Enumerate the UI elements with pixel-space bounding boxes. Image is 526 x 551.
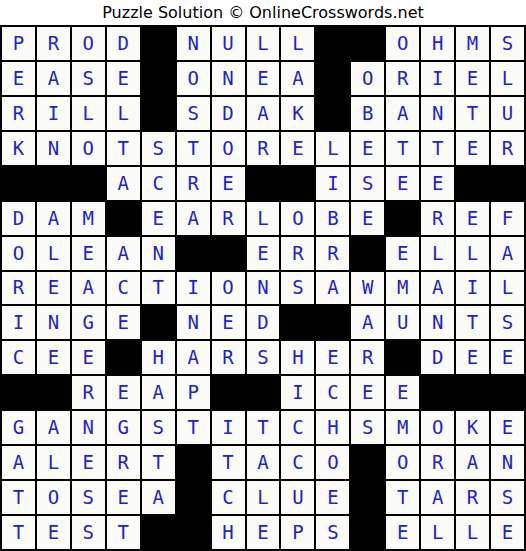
letter-cell[interactable]: K — [2, 132, 35, 165]
letter-cell[interactable]: T — [177, 411, 210, 444]
letter-cell[interactable]: H — [281, 341, 314, 374]
letter-cell[interactable]: A — [107, 237, 140, 270]
letter-cell[interactable]: T — [2, 481, 35, 514]
black-cell — [177, 446, 210, 479]
letter-cell[interactable]: N — [37, 306, 70, 339]
letter-cell[interactable]: A — [281, 62, 314, 95]
letter-cell[interactable]: L — [37, 446, 70, 479]
crossword-grid: PRODNULLOHMSEASEONEAORIELRILLSDAKBANTUKN… — [0, 25, 526, 551]
letter-cell[interactable]: N — [212, 62, 245, 95]
letter-cell[interactable]: D — [107, 27, 140, 60]
black-cell — [37, 376, 70, 409]
letter-cell[interactable]: G — [2, 411, 35, 444]
letter-cell[interactable]: A — [72, 272, 105, 305]
letter-cell[interactable]: T — [107, 516, 140, 549]
letter-cell[interactable]: D — [212, 97, 245, 130]
letter-cell[interactable]: N — [142, 237, 175, 270]
black-cell — [316, 62, 349, 95]
letter-cell[interactable]: T — [456, 306, 489, 339]
letter-cell[interactable]: U — [281, 481, 314, 514]
letter-cell[interactable]: T — [2, 516, 35, 549]
letter-cell[interactable]: R — [212, 202, 245, 235]
letter-cell[interactable]: E — [386, 167, 419, 200]
black-cell — [351, 481, 384, 514]
letter-cell[interactable]: E — [316, 481, 349, 514]
black-cell — [281, 306, 314, 339]
letter-cell[interactable]: R — [491, 132, 524, 165]
letter-cell[interactable]: G — [72, 306, 105, 339]
letter-cell[interactable]: D — [421, 341, 454, 374]
black-cell — [2, 376, 35, 409]
letter-cell[interactable]: E — [386, 376, 419, 409]
letter-cell[interactable]: I — [456, 272, 489, 305]
letter-cell[interactable]: H — [142, 341, 175, 374]
letter-cell[interactable]: S — [491, 481, 524, 514]
letter-cell[interactable]: A — [421, 272, 454, 305]
letter-cell[interactable]: I — [281, 376, 314, 409]
letter-cell[interactable]: S — [72, 516, 105, 549]
letter-cell[interactable]: E — [456, 202, 489, 235]
black-cell — [386, 202, 419, 235]
letter-cell[interactable]: F — [491, 202, 524, 235]
letter-cell[interactable]: E — [37, 272, 70, 305]
puzzle-solution-page: Puzzle Solution © OnlineCrosswords.net P… — [0, 0, 526, 551]
letter-cell[interactable]: A — [142, 481, 175, 514]
black-cell — [351, 446, 384, 479]
letter-cell[interactable]: E — [72, 341, 105, 374]
black-cell — [247, 167, 280, 200]
black-cell — [316, 27, 349, 60]
black-cell — [107, 341, 140, 374]
black-cell — [351, 237, 384, 270]
letter-cell[interactable]: P — [177, 376, 210, 409]
letter-cell[interactable]: N — [247, 272, 280, 305]
letter-cell[interactable]: A — [456, 446, 489, 479]
letter-cell[interactable]: S — [491, 306, 524, 339]
letter-cell[interactable]: L — [247, 202, 280, 235]
letter-cell[interactable]: L — [281, 27, 314, 60]
letter-cell[interactable]: G — [107, 411, 140, 444]
letter-cell[interactable]: E — [107, 62, 140, 95]
letter-cell[interactable]: R — [421, 446, 454, 479]
black-cell — [142, 62, 175, 95]
letter-cell[interactable]: R — [72, 376, 105, 409]
letter-cell[interactable]: T — [386, 481, 419, 514]
letter-cell[interactable]: S — [351, 167, 384, 200]
letter-cell[interactable]: E — [2, 62, 35, 95]
letter-cell[interactable]: E — [72, 446, 105, 479]
letter-cell[interactable]: O — [351, 62, 384, 95]
letter-cell[interactable]: H — [316, 411, 349, 444]
letter-cell[interactable]: T — [107, 132, 140, 165]
letter-cell[interactable]: P — [281, 516, 314, 549]
black-cell — [72, 167, 105, 200]
letter-cell[interactable]: O — [386, 27, 419, 60]
black-cell — [456, 376, 489, 409]
letter-cell[interactable]: R — [107, 446, 140, 479]
letter-cell[interactable]: C — [107, 272, 140, 305]
letter-cell[interactable]: E — [456, 341, 489, 374]
letter-cell[interactable]: S — [142, 132, 175, 165]
letter-cell[interactable]: L — [456, 516, 489, 549]
letter-cell[interactable]: O — [281, 202, 314, 235]
letter-cell[interactable]: E — [386, 237, 419, 270]
letter-cell[interactable]: R — [2, 272, 35, 305]
letter-cell[interactable]: R — [456, 481, 489, 514]
letter-cell[interactable]: A — [37, 411, 70, 444]
letter-cell[interactable]: N — [177, 306, 210, 339]
letter-cell[interactable]: T — [386, 132, 419, 165]
letter-cell[interactable]: L — [421, 237, 454, 270]
letter-cell[interactable]: L — [247, 27, 280, 60]
letter-cell[interactable]: E — [456, 132, 489, 165]
letter-cell[interactable]: R — [247, 132, 280, 165]
letter-cell[interactable]: K — [456, 411, 489, 444]
letter-cell[interactable]: O — [177, 62, 210, 95]
black-cell — [212, 237, 245, 270]
letter-cell[interactable]: K — [281, 97, 314, 130]
letter-cell[interactable]: E — [456, 62, 489, 95]
letter-cell[interactable]: T — [177, 132, 210, 165]
black-cell — [142, 27, 175, 60]
letter-cell[interactable]: L — [37, 237, 70, 270]
letter-cell[interactable]: A — [107, 167, 140, 200]
black-cell — [316, 97, 349, 130]
black-cell — [281, 167, 314, 200]
letter-cell[interactable]: E — [281, 132, 314, 165]
letter-cell[interactable]: O — [212, 272, 245, 305]
letter-cell[interactable]: M — [72, 202, 105, 235]
letter-cell[interactable]: S — [491, 27, 524, 60]
letter-cell[interactable]: R — [421, 202, 454, 235]
letter-cell[interactable]: D — [247, 306, 280, 339]
letter-cell[interactable]: L — [456, 237, 489, 270]
letter-cell[interactable]: L — [316, 132, 349, 165]
letter-cell[interactable]: E — [37, 341, 70, 374]
letter-cell[interactable]: S — [72, 481, 105, 514]
letter-cell[interactable]: S — [351, 411, 384, 444]
letter-cell[interactable]: N — [37, 132, 70, 165]
black-cell — [177, 237, 210, 270]
letter-cell[interactable]: I — [177, 272, 210, 305]
letter-cell[interactable]: M — [386, 272, 419, 305]
letter-cell[interactable]: M — [386, 411, 419, 444]
letter-cell[interactable]: L — [421, 516, 454, 549]
letter-cell[interactable]: C — [142, 167, 175, 200]
letter-cell[interactable]: E — [107, 481, 140, 514]
letter-cell[interactable]: H — [421, 27, 454, 60]
letter-cell[interactable]: S — [247, 341, 280, 374]
letter-cell[interactable]: B — [316, 202, 349, 235]
letter-cell[interactable]: N — [491, 446, 524, 479]
letter-cell[interactable]: E — [212, 167, 245, 200]
letter-cell[interactable]: O — [2, 237, 35, 270]
letter-cell[interactable]: A — [142, 376, 175, 409]
letter-cell[interactable]: U — [491, 97, 524, 130]
letter-cell[interactable]: M — [456, 27, 489, 60]
letter-cell[interactable]: W — [351, 272, 384, 305]
letter-cell[interactable]: L — [247, 481, 280, 514]
letter-cell[interactable]: N — [421, 306, 454, 339]
letter-cell[interactable]: I — [212, 411, 245, 444]
letter-cell[interactable]: E — [107, 376, 140, 409]
letter-cell[interactable]: A — [386, 97, 419, 130]
letter-cell[interactable]: E — [37, 516, 70, 549]
letter-cell[interactable]: I — [421, 62, 454, 95]
black-cell — [247, 376, 280, 409]
letter-cell[interactable]: C — [212, 481, 245, 514]
letter-cell[interactable]: A — [247, 446, 280, 479]
letter-cell[interactable]: D — [2, 202, 35, 235]
black-cell — [142, 97, 175, 130]
letter-cell[interactable]: I — [2, 306, 35, 339]
letter-cell[interactable]: H — [212, 516, 245, 549]
black-cell — [316, 306, 349, 339]
letter-cell[interactable]: B — [351, 97, 384, 130]
letter-cell[interactable]: A — [491, 237, 524, 270]
letter-cell[interactable]: E — [421, 167, 454, 200]
letter-cell[interactable]: C — [281, 446, 314, 479]
letter-cell[interactable]: E — [491, 516, 524, 549]
letter-cell[interactable]: S — [316, 516, 349, 549]
letter-cell[interactable]: O — [386, 446, 419, 479]
letter-cell[interactable]: I — [316, 167, 349, 200]
letter-cell[interactable]: R — [316, 237, 349, 270]
letter-cell[interactable]: T — [212, 446, 245, 479]
letter-cell[interactable]: R — [37, 27, 70, 60]
letter-cell[interactable]: L — [72, 97, 105, 130]
letter-cell[interactable]: O — [72, 132, 105, 165]
letter-cell[interactable]: O — [212, 132, 245, 165]
letter-cell[interactable]: E — [316, 341, 349, 374]
letter-cell[interactable]: T — [142, 272, 175, 305]
letter-cell[interactable]: N — [177, 27, 210, 60]
black-cell — [491, 167, 524, 200]
black-cell — [351, 516, 384, 549]
black-cell — [456, 167, 489, 200]
letter-cell[interactable]: L — [491, 62, 524, 95]
letter-cell[interactable]: A — [351, 306, 384, 339]
letter-cell[interactable]: R — [281, 237, 314, 270]
letter-cell[interactable]: C — [2, 341, 35, 374]
letter-cell[interactable]: T — [247, 411, 280, 444]
letter-cell[interactable]: A — [247, 97, 280, 130]
letter-cell[interactable]: O — [316, 446, 349, 479]
letter-cell[interactable]: E — [386, 516, 419, 549]
letter-cell[interactable]: E — [351, 376, 384, 409]
letter-cell[interactable]: A — [316, 272, 349, 305]
black-cell — [386, 341, 419, 374]
letter-cell[interactable]: R — [386, 62, 419, 95]
black-cell — [107, 202, 140, 235]
letter-cell[interactable]: O — [72, 27, 105, 60]
letter-cell[interactable]: I — [37, 97, 70, 130]
letter-cell[interactable]: R — [212, 341, 245, 374]
letter-cell[interactable]: C — [281, 411, 314, 444]
letter-cell[interactable]: U — [386, 306, 419, 339]
letter-cell[interactable]: E — [107, 306, 140, 339]
letter-cell[interactable]: A — [37, 62, 70, 95]
letter-cell[interactable]: P — [2, 27, 35, 60]
letter-cell[interactable]: A — [37, 202, 70, 235]
letter-cell[interactable]: S — [72, 62, 105, 95]
letter-cell[interactable]: L — [491, 272, 524, 305]
letter-cell[interactable]: E — [142, 202, 175, 235]
letter-cell[interactable]: L — [107, 97, 140, 130]
letter-cell[interactable]: N — [421, 97, 454, 130]
letter-cell[interactable]: S — [281, 272, 314, 305]
page-title: Puzzle Solution © OnlineCrosswords.net — [0, 0, 526, 25]
letter-cell[interactable]: N — [72, 411, 105, 444]
black-cell — [142, 516, 175, 549]
letter-cell[interactable]: E — [491, 341, 524, 374]
letter-cell[interactable]: A — [177, 341, 210, 374]
letter-cell[interactable]: E — [247, 237, 280, 270]
black-cell — [491, 376, 524, 409]
letter-cell[interactable]: A — [421, 481, 454, 514]
letter-cell[interactable]: S — [142, 411, 175, 444]
black-cell — [37, 167, 70, 200]
letter-cell[interactable]: R — [177, 167, 210, 200]
letter-cell[interactable]: R — [351, 341, 384, 374]
letter-cell[interactable]: T — [456, 97, 489, 130]
letter-cell[interactable]: U — [212, 27, 245, 60]
letter-cell[interactable]: E — [212, 306, 245, 339]
letter-cell[interactable]: R — [2, 97, 35, 130]
black-cell — [351, 27, 384, 60]
letter-cell[interactable]: O — [421, 411, 454, 444]
black-cell — [177, 516, 210, 549]
letter-cell[interactable]: C — [316, 376, 349, 409]
letter-cell[interactable]: A — [177, 202, 210, 235]
black-cell — [177, 481, 210, 514]
letter-cell[interactable]: O — [37, 481, 70, 514]
letter-cell[interactable]: T — [421, 132, 454, 165]
letter-cell[interactable]: E — [491, 411, 524, 444]
letter-cell[interactable]: E — [247, 516, 280, 549]
letter-cell[interactable]: S — [177, 97, 210, 130]
letter-cell[interactable]: E — [72, 237, 105, 270]
black-cell — [421, 376, 454, 409]
letter-cell[interactable]: E — [351, 132, 384, 165]
letter-cell[interactable]: T — [142, 446, 175, 479]
black-cell — [212, 376, 245, 409]
letter-cell[interactable]: A — [2, 446, 35, 479]
black-cell — [2, 167, 35, 200]
letter-cell[interactable]: E — [247, 62, 280, 95]
letter-cell[interactable]: E — [351, 202, 384, 235]
black-cell — [142, 306, 175, 339]
